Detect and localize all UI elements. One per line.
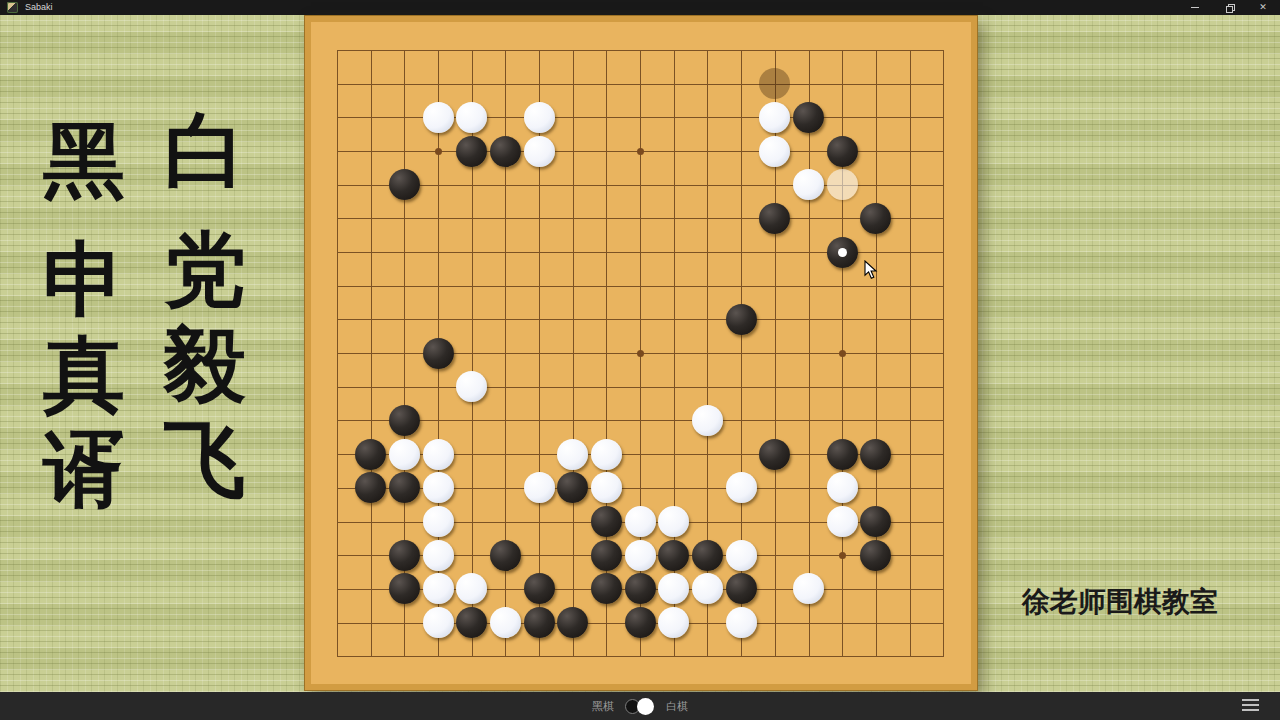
- star-point: [637, 350, 644, 357]
- stone-black: [389, 540, 420, 571]
- stone-white: [423, 439, 454, 470]
- stone-white: [591, 439, 622, 470]
- stone-white: [490, 607, 521, 638]
- stone-white: [524, 136, 555, 167]
- stone-white: [524, 102, 555, 133]
- hamburger-icon: [1242, 699, 1259, 701]
- white-turn-label: 白棋: [666, 699, 688, 714]
- stone-black: [389, 472, 420, 503]
- stone-white: [692, 405, 723, 436]
- stone-black: [726, 304, 757, 335]
- stone-black: [490, 136, 521, 167]
- stone-black: [759, 439, 790, 470]
- star-point: [435, 148, 442, 155]
- stone-black: [827, 136, 858, 167]
- stone-black: [860, 540, 891, 571]
- stone-black: [860, 506, 891, 537]
- goban-grid: [337, 50, 944, 657]
- stone-white: [726, 472, 757, 503]
- stone-white: [456, 102, 487, 133]
- white-player-banner: 白党毅飞: [159, 103, 251, 507]
- stone-black: [423, 338, 454, 369]
- hamburger-menu-button[interactable]: [1242, 699, 1259, 713]
- stone-white: [423, 540, 454, 571]
- minimize-button[interactable]: [1178, 0, 1212, 15]
- window-title: Sabaki: [25, 0, 53, 15]
- stone-black: [389, 169, 420, 200]
- stone-white: [759, 136, 790, 167]
- stone-white: [591, 472, 622, 503]
- stone-black: [557, 472, 588, 503]
- stone-white: [557, 439, 588, 470]
- grid-line: [809, 50, 810, 657]
- stone-white: [423, 102, 454, 133]
- star-point: [637, 148, 644, 155]
- stone-black: [524, 573, 555, 604]
- stone-white: [793, 169, 824, 200]
- star-point: [839, 350, 846, 357]
- restore-button[interactable]: [1212, 0, 1246, 15]
- stone-black: [591, 506, 622, 537]
- watermark-text: 徐老师围棋教室: [1022, 583, 1218, 621]
- stone-white: [726, 540, 757, 571]
- grid-line: [337, 387, 944, 388]
- grid-line: [337, 420, 944, 421]
- player-name-char: 党: [159, 222, 251, 317]
- white-stone-icon: [637, 698, 654, 715]
- stone-black: [490, 540, 521, 571]
- stone-black: [625, 607, 656, 638]
- stone-black: [591, 573, 622, 604]
- restore-icon: [1226, 4, 1233, 11]
- window-controls: ✕: [1178, 0, 1280, 15]
- bottom-toolbar: 黑棋 白棋: [0, 692, 1280, 720]
- stone-black: [860, 439, 891, 470]
- stone-black: [557, 607, 588, 638]
- stone-white: [456, 573, 487, 604]
- sabaki-app-icon: [7, 2, 18, 13]
- player-color-char: 白: [159, 103, 251, 198]
- stone-white: [423, 607, 454, 638]
- stone-black: [456, 136, 487, 167]
- player-name-char: 毅: [159, 317, 251, 412]
- ghost-stone-black: [759, 68, 790, 99]
- stone-white: [625, 540, 656, 571]
- title-bar: Sabaki ✕: [0, 0, 1280, 15]
- main-area: 黑申真谞 白党毅飞 徐老师围棋教室: [0, 15, 1280, 692]
- stone-black: [726, 573, 757, 604]
- stone-black: [456, 607, 487, 638]
- close-button[interactable]: ✕: [1246, 0, 1280, 15]
- stone-white: [692, 573, 723, 604]
- grid-line: [337, 656, 944, 657]
- stone-white: [658, 607, 689, 638]
- stone-black: [355, 439, 386, 470]
- stone-black: [389, 573, 420, 604]
- ghost-stone-white: [827, 169, 858, 200]
- stone-white: [793, 573, 824, 604]
- minimize-icon: [1191, 7, 1199, 8]
- stone-white: [726, 607, 757, 638]
- stone-white: [423, 573, 454, 604]
- grid-line: [910, 50, 911, 657]
- grid-line: [943, 50, 944, 657]
- stone-black: [793, 102, 824, 133]
- last-move-marker: [838, 248, 847, 257]
- stone-white: [423, 472, 454, 503]
- black-turn-label: 黑棋: [592, 699, 614, 714]
- stone-black: [524, 607, 555, 638]
- go-board[interactable]: [305, 16, 977, 690]
- stone-black: [658, 540, 689, 571]
- stone-black: [759, 203, 790, 234]
- star-point: [839, 552, 846, 559]
- stone-white: [456, 371, 487, 402]
- stone-white: [524, 472, 555, 503]
- stone-white: [658, 573, 689, 604]
- player-name-char: 飞: [159, 412, 251, 507]
- player-name-char: 谞: [38, 422, 130, 517]
- stone-white: [658, 506, 689, 537]
- black-player-banner: 黑申真谞: [38, 113, 130, 517]
- player-color-char: 黑: [38, 113, 130, 208]
- stone-black: [860, 203, 891, 234]
- stone-white: [423, 506, 454, 537]
- player-name-char: 申: [38, 232, 130, 327]
- stone-black: [692, 540, 723, 571]
- player-name-char: 真: [38, 327, 130, 422]
- player-toggle[interactable]: [625, 698, 655, 715]
- stone-black: [827, 237, 858, 268]
- stone-black: [355, 472, 386, 503]
- stone-black: [389, 405, 420, 436]
- stone-black: [625, 573, 656, 604]
- stone-white: [625, 506, 656, 537]
- stone-white: [759, 102, 790, 133]
- app-window: Sabaki ✕ 黑申真谞 白党毅飞 徐老师围棋教室 黑棋 白棋: [0, 0, 1280, 720]
- close-icon: ✕: [1259, 0, 1267, 15]
- stone-white: [389, 439, 420, 470]
- stone-black: [591, 540, 622, 571]
- stone-black: [827, 439, 858, 470]
- stone-white: [827, 472, 858, 503]
- stone-white: [827, 506, 858, 537]
